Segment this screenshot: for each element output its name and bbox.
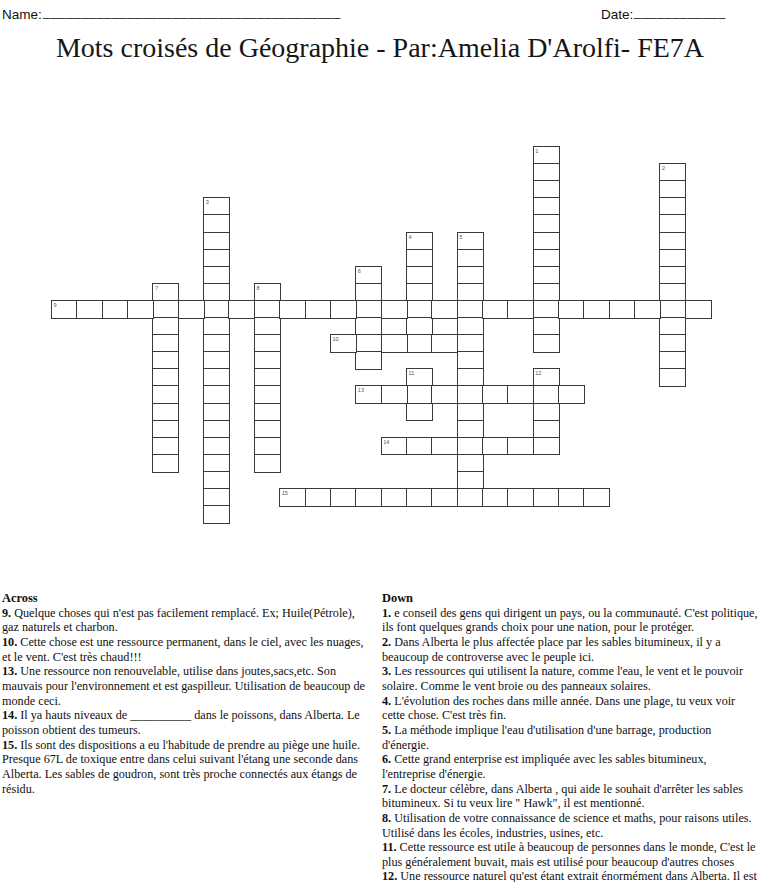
grid-cell-r14-c6[interactable]: [203, 385, 230, 404]
grid-cell-r3-c19[interactable]: [533, 197, 560, 216]
across-clue-9: 9. Quelque choses qui n'est pas facileme…: [2, 606, 373, 635]
grid-cell-r17-c19[interactable]: [533, 437, 560, 456]
grid-cell-r9-c24[interactable]: [659, 300, 686, 319]
grid-cell-r9-c11[interactable]: [330, 300, 357, 319]
cell-number-7: 7: [155, 285, 158, 291]
grid-cell-r9-c15[interactable]: [431, 300, 458, 319]
grid-cell-r9-c16[interactable]: [457, 300, 484, 319]
grid-cell-r8-c24[interactable]: [659, 283, 686, 302]
across-clue-15: 15. Ils sont des dispositions a eu l'hab…: [2, 738, 373, 797]
across-header: Across: [2, 591, 373, 606]
cell-number-1: 1: [535, 148, 538, 154]
page-title: Mots croisés de Géographie - Par:Amelia …: [0, 31, 760, 65]
crossword-worksheet: { "game": "crossword", "header": { "name…: [0, 0, 760, 882]
grid-cell-r13-c4[interactable]: [152, 368, 179, 387]
grid-cell-r10-c12[interactable]: [355, 317, 382, 336]
grid-cell-r14-c19[interactable]: [533, 385, 560, 404]
crossword-grid: 123456789101112131415: [51, 146, 713, 526]
grid-cell-r11-c19[interactable]: [533, 334, 560, 353]
cell-number-13: 13: [358, 387, 364, 393]
cell-number-9: 9: [54, 302, 57, 308]
grid-cell-r11-c16[interactable]: [457, 334, 484, 353]
date-blank-line[interactable]: ____________: [634, 4, 726, 19]
cell-number-8: 8: [256, 285, 259, 291]
grid-cell-r14-c15[interactable]: [431, 385, 458, 404]
grid-cell-r20-c19[interactable]: [533, 488, 560, 507]
down-header: Down: [382, 591, 758, 606]
grid-cell-r9-c17[interactable]: [482, 300, 509, 319]
grid-cell-r10-c14[interactable]: [406, 317, 433, 336]
grid-cell-r9-c5[interactable]: [178, 300, 205, 319]
grid-cell-r7-c14[interactable]: [406, 266, 433, 285]
grid-cell-r6-c6[interactable]: [203, 249, 230, 268]
grid-cell-r7-c6[interactable]: [203, 266, 230, 285]
grid-cell-r7-c19[interactable]: [533, 266, 560, 285]
grid-cell-r9-c2[interactable]: [102, 300, 129, 319]
down-clue-3: 3. Les ressources qui utilisent la natur…: [382, 664, 758, 693]
grid-cell-r10-c16[interactable]: [457, 317, 484, 336]
grid-cell-r17-c15[interactable]: [431, 437, 458, 456]
grid-cell-r10-c24[interactable]: [659, 317, 686, 336]
grid-cell-r17-c4[interactable]: [152, 437, 179, 456]
grid-cell-r11-c12[interactable]: [355, 334, 382, 353]
grid-cell-r13-c6[interactable]: [203, 368, 230, 387]
grid-cell-r3-c24[interactable]: [659, 197, 686, 216]
across-clue-14: 14. Il ya hauts niveaux de __________ da…: [2, 708, 373, 737]
grid-cell-r20-c21[interactable]: [583, 488, 610, 507]
grid-cell-r9-c22[interactable]: [609, 300, 636, 319]
name-blank-line[interactable]: _______________________________________: [43, 4, 341, 19]
date-label: Date:: [601, 7, 633, 22]
grid-cell-r4-c6[interactable]: [203, 214, 230, 233]
cell-number-12: 12: [535, 370, 541, 376]
grid-cell-r9-c1[interactable]: [76, 300, 103, 319]
cell-number-3: 3: [206, 199, 209, 205]
grid-cell-r9-c4[interactable]: [152, 300, 179, 319]
cell-number-11: 11: [409, 370, 415, 376]
cell-number-4: 4: [409, 234, 412, 240]
grid-cell-r9-c6[interactable]: [203, 300, 230, 319]
grid-cell-r1-c19[interactable]: [533, 163, 560, 182]
grid-cell-r5-c6[interactable]: [203, 232, 230, 251]
grid-cell-r9-c13[interactable]: [381, 300, 408, 319]
grid-cell-r8-c19[interactable]: [533, 283, 560, 302]
grid-cell-r9-c20[interactable]: [558, 300, 585, 319]
grid-cell-r10-c19[interactable]: [533, 317, 560, 336]
grid-cell-r17-c14[interactable]: [406, 437, 433, 456]
grid-cell-r20-c10[interactable]: [305, 488, 332, 507]
across-clue-10: 10. Cette chose est une ressource perman…: [2, 635, 373, 664]
grid-cell-r17-c6[interactable]: [203, 437, 230, 456]
grid-cell-r8-c6[interactable]: [203, 283, 230, 302]
down-clue-4: 4. L'évolution des roches dans mille ann…: [382, 694, 758, 723]
grid-cell-r2-c24[interactable]: [659, 180, 686, 199]
across-clue-13: 13. Une ressource non renouvelable, util…: [2, 664, 373, 708]
grid-cell-r14-c13[interactable]: [381, 385, 408, 404]
grid-cell-r17-c8[interactable]: [254, 437, 281, 456]
grid-cell-r16-c6[interactable]: [203, 420, 230, 439]
grid-cell-r15-c14[interactable]: [406, 403, 433, 422]
grid-cell-r9-c12[interactable]: [355, 300, 382, 319]
grid-cell-r20-c11[interactable]: [330, 488, 357, 507]
grid-cell-r9-c18[interactable]: [507, 300, 534, 319]
grid-cell-r12-c12[interactable]: [355, 351, 382, 370]
grid-cell-r20-c13[interactable]: [381, 488, 408, 507]
grid-cell-r4-c19[interactable]: [533, 214, 560, 233]
grid-cell-r20-c17[interactable]: [482, 488, 509, 507]
grid-cell-r7-c24[interactable]: [659, 266, 686, 285]
grid-cell-r9-c23[interactable]: [634, 300, 661, 319]
grid-cell-r9-c19[interactable]: [533, 300, 560, 319]
down-clues-section: Down 1. e conseil des gens qui dirigent …: [382, 591, 758, 882]
grid-cell-r9-c8[interactable]: [254, 300, 281, 319]
grid-cell-r8-c16[interactable]: [457, 283, 484, 302]
grid-cell-r5-c19[interactable]: [533, 232, 560, 251]
grid-cell-r9-c21[interactable]: [583, 300, 610, 319]
grid-cell-r16-c8[interactable]: [254, 420, 281, 439]
grid-cell-r20-c15[interactable]: [431, 488, 458, 507]
name-label: Name:: [2, 7, 42, 22]
grid-cell-r14-c18[interactable]: [507, 385, 534, 404]
grid-cell-r11-c8[interactable]: [254, 334, 281, 353]
down-clue-2: 2. Dans Alberta le plus affectée place p…: [382, 635, 758, 664]
grid-cell-r12-c16[interactable]: [457, 351, 484, 370]
grid-cell-r18-c6[interactable]: [203, 454, 230, 473]
grid-cell-r4-c24[interactable]: [659, 214, 686, 233]
grid-cell-r7-c16[interactable]: [457, 266, 484, 285]
grid-cell-r16-c16[interactable]: [457, 420, 484, 439]
cell-number-5: 5: [459, 234, 462, 240]
grid-cell-r15-c19[interactable]: [533, 403, 560, 422]
down-clue-8: 8. Utilisation de votre connaissance de …: [382, 811, 758, 840]
grid-cell-r12-c6[interactable]: [203, 351, 230, 370]
grid-cell-r21-c6[interactable]: [203, 505, 230, 524]
grid-cell-r20-c14[interactable]: [406, 488, 433, 507]
grid-cell-r9-c7[interactable]: [228, 300, 255, 319]
grid-cell-r12-c4[interactable]: [152, 351, 179, 370]
grid-cell-r6-c16[interactable]: [457, 249, 484, 268]
grid-cell-r16-c19[interactable]: [533, 420, 560, 439]
grid-cell-r10-c8[interactable]: [254, 317, 281, 336]
down-clue-12: 12. Une ressource naturel qu'est étant e…: [382, 869, 758, 882]
grid-cell-r20-c20[interactable]: [558, 488, 585, 507]
grid-cell-r8-c12[interactable]: [355, 283, 382, 302]
grid-cell-r14-c14[interactable]: [406, 385, 433, 404]
cell-number-10: 10: [332, 336, 338, 342]
grid-cell-r14-c8[interactable]: [254, 385, 281, 404]
grid-cell-r8-c14[interactable]: [406, 283, 433, 302]
grid-cell-r17-c16[interactable]: [457, 437, 484, 456]
grid-cell-r11-c4[interactable]: [152, 334, 179, 353]
grid-cell-r10-c4[interactable]: [152, 317, 179, 336]
grid-cell-r19-c16[interactable]: [457, 471, 484, 490]
grid-cell-r15-c4[interactable]: [152, 403, 179, 422]
grid-cell-r13-c16[interactable]: [457, 368, 484, 387]
down-clue-list: 1. e conseil des gens qui dirigent un pa…: [382, 606, 758, 882]
grid-cell-r18-c16[interactable]: [457, 454, 484, 473]
grid-cell-r9-c14[interactable]: [406, 300, 433, 319]
grid-cell-r14-c20[interactable]: [558, 385, 585, 404]
grid-cell-r18-c8[interactable]: [254, 454, 281, 473]
grid-cell-r11-c24[interactable]: [659, 334, 686, 353]
down-clue-7: 7. Le docteur célèbre, dans Alberta , qu…: [382, 782, 758, 811]
across-clue-list: 9. Quelque choses qui n'est pas facileme…: [2, 606, 373, 797]
grid-cell-r15-c6[interactable]: [203, 403, 230, 422]
grid-cell-r14-c4[interactable]: [152, 385, 179, 404]
grid-cell-r16-c4[interactable]: [152, 420, 179, 439]
grid-cell-r11-c14[interactable]: [406, 334, 433, 353]
grid-cell-r9-c9[interactable]: [279, 300, 306, 319]
grid-cell-r12-c24[interactable]: [659, 351, 686, 370]
cell-number-6: 6: [358, 268, 361, 274]
grid-cell-r6-c14[interactable]: [406, 249, 433, 268]
grid-cell-r11-c13[interactable]: [381, 334, 408, 353]
cell-number-2: 2: [662, 165, 665, 171]
grid-cell-r6-c19[interactable]: [533, 249, 560, 268]
grid-cell-r6-c24[interactable]: [659, 249, 686, 268]
grid-cell-r11-c15[interactable]: [431, 334, 458, 353]
grid-cell-r14-c17[interactable]: [482, 385, 509, 404]
grid-cell-r10-c6[interactable]: [203, 317, 230, 336]
grid-cell-r9-c25[interactable]: [685, 300, 712, 319]
grid-cell-r11-c6[interactable]: [203, 334, 230, 353]
cell-number-15: 15: [282, 490, 288, 496]
grid-cell-r20-c12[interactable]: [355, 488, 382, 507]
grid-cell-r9-c10[interactable]: [305, 300, 332, 319]
grid-cell-r18-c4[interactable]: [152, 454, 179, 473]
cell-number-14: 14: [383, 439, 389, 445]
across-clues-section: Across 9. Quelque choses qui n'est pas f…: [2, 591, 373, 796]
grid-cell-r19-c6[interactable]: [203, 471, 230, 490]
grid-cell-r9-c3[interactable]: [127, 300, 154, 319]
grid-cell-r17-c18[interactable]: [507, 437, 534, 456]
grid-cell-r17-c17[interactable]: [482, 437, 509, 456]
down-clue-6: 6. Cette grand enterprise est impliquée …: [382, 752, 758, 781]
grid-cell-r20-c16[interactable]: [457, 488, 484, 507]
grid-cell-r14-c16[interactable]: [457, 385, 484, 404]
down-clue-5: 5. La méthode implique l'eau d'utilisati…: [382, 723, 758, 752]
grid-cell-r5-c24[interactable]: [659, 232, 686, 251]
grid-cell-r12-c8[interactable]: [254, 351, 281, 370]
grid-cell-r15-c16[interactable]: [457, 403, 484, 422]
grid-cell-r15-c8[interactable]: [254, 403, 281, 422]
grid-cell-r20-c18[interactable]: [507, 488, 534, 507]
grid-cell-r2-c19[interactable]: [533, 180, 560, 199]
down-clue-1: 1. e conseil des gens qui dirigent un pa…: [382, 606, 758, 635]
grid-cell-r20-c6[interactable]: [203, 488, 230, 507]
down-clue-11: 11. Cette ressource est utile à beaucoup…: [382, 840, 758, 869]
grid-cell-r13-c8[interactable]: [254, 368, 281, 387]
grid-cell-r13-c24[interactable]: [659, 368, 686, 387]
